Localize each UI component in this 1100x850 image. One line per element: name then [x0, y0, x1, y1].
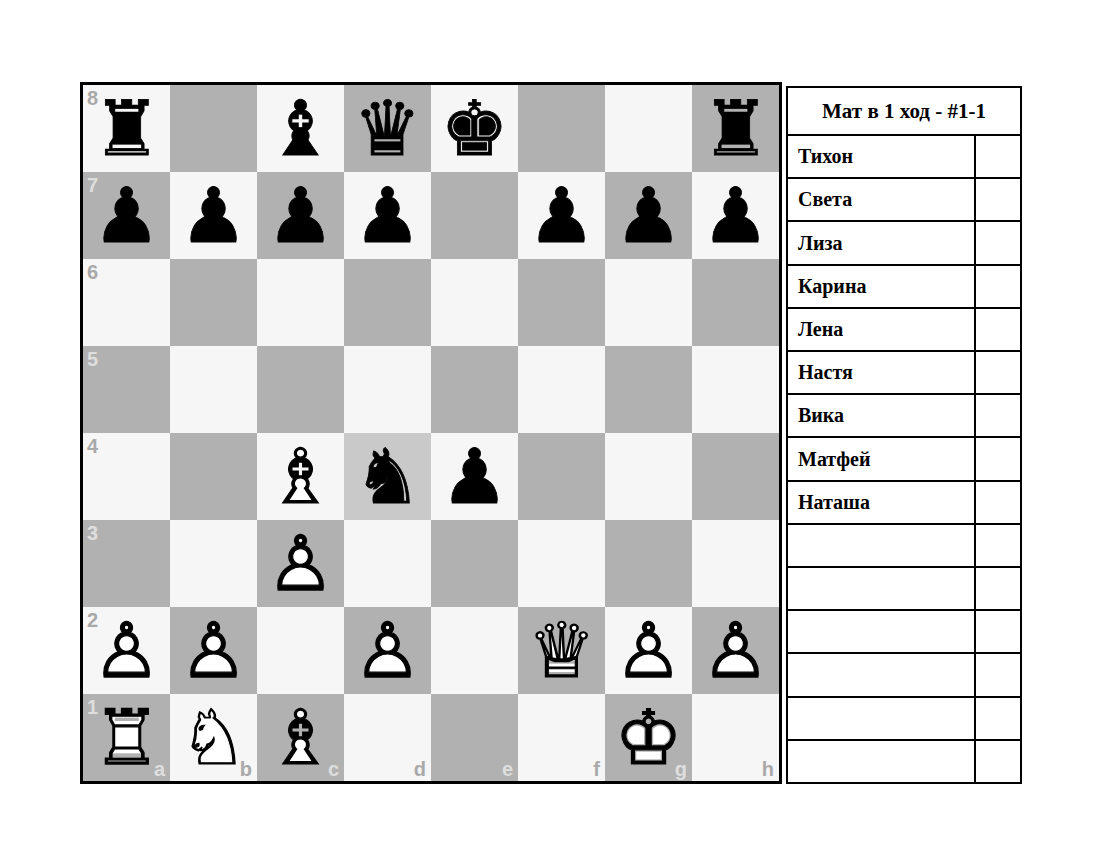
- square-h3[interactable]: [692, 520, 779, 607]
- square-c2[interactable]: [257, 607, 344, 694]
- score-row-1: Тихон: [788, 136, 1020, 179]
- piece-white-bishop-icon: ♝♗: [257, 433, 344, 520]
- square-a5[interactable]: 5: [83, 346, 170, 433]
- empty-name-cell: [788, 611, 974, 652]
- score-cell: [974, 654, 1020, 695]
- file-label-f: f: [593, 759, 600, 779]
- square-a8[interactable]: 8♜: [83, 85, 170, 172]
- square-g8[interactable]: [605, 85, 692, 172]
- square-b3[interactable]: [170, 520, 257, 607]
- square-g7[interactable]: ♟: [605, 172, 692, 259]
- player-name: Вика: [788, 395, 974, 436]
- player-name: Матфей: [788, 438, 974, 479]
- square-c8[interactable]: ♝: [257, 85, 344, 172]
- empty-name-cell: [788, 741, 974, 782]
- square-d1[interactable]: d: [344, 694, 431, 781]
- square-c7[interactable]: ♟: [257, 172, 344, 259]
- score-row-6: Настя: [788, 352, 1020, 395]
- player-name: Настя: [788, 352, 974, 393]
- square-c6[interactable]: [257, 259, 344, 346]
- square-g1[interactable]: g♚♔: [605, 694, 692, 781]
- player-name: Лиза: [788, 222, 974, 263]
- piece-white-queen-icon: ♛♕: [518, 607, 605, 694]
- square-b2[interactable]: ♟♙: [170, 607, 257, 694]
- square-e8[interactable]: ♚: [431, 85, 518, 172]
- piece-white-pawn-icon: ♟♙: [344, 607, 431, 694]
- square-f3[interactable]: [518, 520, 605, 607]
- score-cell: [974, 309, 1020, 350]
- score-cell: [974, 741, 1020, 782]
- empty-name-cell: [788, 698, 974, 739]
- square-a1[interactable]: 1a♜♖: [83, 694, 170, 781]
- square-b8[interactable]: [170, 85, 257, 172]
- score-row-10: [788, 525, 1020, 568]
- empty-name-cell: [788, 568, 974, 609]
- empty-name-cell: [788, 654, 974, 695]
- square-f6[interactable]: [518, 259, 605, 346]
- file-label-d: d: [414, 759, 426, 779]
- score-row-12: [788, 611, 1020, 654]
- piece-black-queen-icon: ♛: [344, 85, 431, 172]
- piece-black-pawn-icon: ♟: [518, 172, 605, 259]
- square-b7[interactable]: ♟: [170, 172, 257, 259]
- square-b4[interactable]: [170, 433, 257, 520]
- player-name: Тихон: [788, 136, 974, 177]
- score-row-9: Наташа: [788, 482, 1020, 525]
- piece-black-pawn-icon: ♟: [170, 172, 257, 259]
- square-d3[interactable]: [344, 520, 431, 607]
- file-label-a: a: [154, 759, 165, 779]
- score-row-2: Света: [788, 179, 1020, 222]
- square-h1[interactable]: h: [692, 694, 779, 781]
- square-e7[interactable]: [431, 172, 518, 259]
- file-label-c: c: [328, 759, 339, 779]
- square-a7[interactable]: 7♟: [83, 172, 170, 259]
- square-b1[interactable]: b♞♘: [170, 694, 257, 781]
- piece-black-pawn-icon: ♟: [257, 172, 344, 259]
- score-cell: [974, 438, 1020, 479]
- rank-label-2: 2: [87, 610, 98, 630]
- square-f5[interactable]: [518, 346, 605, 433]
- piece-black-pawn-icon: ♟: [431, 433, 518, 520]
- file-label-g: g: [675, 759, 687, 779]
- score-row-11: [788, 568, 1020, 611]
- square-a2[interactable]: 2♟♙: [83, 607, 170, 694]
- piece-white-pawn-icon: ♟♙: [257, 520, 344, 607]
- square-e1[interactable]: e: [431, 694, 518, 781]
- square-h5[interactable]: [692, 346, 779, 433]
- rank-label-8: 8: [87, 88, 98, 108]
- piece-black-knight-icon: ♞: [344, 433, 431, 520]
- square-d5[interactable]: [344, 346, 431, 433]
- score-table: ТихонСветаЛизаКаринаЛенаНастяВикаМатфейН…: [788, 136, 1020, 782]
- rank-label-5: 5: [87, 349, 98, 369]
- square-h6[interactable]: [692, 259, 779, 346]
- square-e4[interactable]: ♟: [431, 433, 518, 520]
- score-row-5: Лена: [788, 309, 1020, 352]
- player-name: Наташа: [788, 482, 974, 523]
- rank-label-1: 1: [87, 697, 98, 717]
- square-g5[interactable]: [605, 346, 692, 433]
- square-c5[interactable]: [257, 346, 344, 433]
- score-row-8: Матфей: [788, 438, 1020, 481]
- score-cell: [974, 611, 1020, 652]
- empty-name-cell: [788, 525, 974, 566]
- score-row-13: [788, 654, 1020, 697]
- square-f7[interactable]: ♟: [518, 172, 605, 259]
- square-e5[interactable]: [431, 346, 518, 433]
- square-g4[interactable]: [605, 433, 692, 520]
- piece-black-king-icon: ♚: [431, 85, 518, 172]
- piece-black-pawn-icon: ♟: [605, 172, 692, 259]
- square-e6[interactable]: [431, 259, 518, 346]
- score-cell: [974, 482, 1020, 523]
- score-panel: Мат в 1 ход - #1-1 ТихонСветаЛизаКаринаЛ…: [786, 86, 1022, 784]
- score-row-4: Карина: [788, 266, 1020, 309]
- score-cell: [974, 179, 1020, 220]
- square-d7[interactable]: ♟: [344, 172, 431, 259]
- score-row-14: [788, 698, 1020, 741]
- page: 8♜♝♛♚♜7♟♟♟♟♟♟♟654♝♗♞♟3♟♙2♟♙♟♙♟♙♛♕♟♙♟♙1a♜…: [0, 0, 1100, 850]
- square-g6[interactable]: [605, 259, 692, 346]
- score-cell: [974, 698, 1020, 739]
- rank-label-4: 4: [87, 436, 98, 456]
- piece-white-pawn-icon: ♟♙: [692, 607, 779, 694]
- score-cell: [974, 568, 1020, 609]
- square-c3[interactable]: ♟♙: [257, 520, 344, 607]
- square-f4[interactable]: [518, 433, 605, 520]
- score-cell: [974, 266, 1020, 307]
- square-a3[interactable]: 3: [83, 520, 170, 607]
- square-b6[interactable]: [170, 259, 257, 346]
- file-label-h: h: [762, 759, 774, 779]
- score-row-15: [788, 741, 1020, 782]
- score-cell: [974, 525, 1020, 566]
- puzzle-title: Мат в 1 ход - #1-1: [788, 88, 1020, 136]
- file-label-e: e: [502, 759, 513, 779]
- square-g3[interactable]: [605, 520, 692, 607]
- score-cell: [974, 222, 1020, 263]
- square-b5[interactable]: [170, 346, 257, 433]
- square-g2[interactable]: ♟♙: [605, 607, 692, 694]
- piece-white-pawn-icon: ♟♙: [170, 607, 257, 694]
- square-f2[interactable]: ♛♕: [518, 607, 605, 694]
- square-a6[interactable]: 6: [83, 259, 170, 346]
- square-f1[interactable]: f: [518, 694, 605, 781]
- square-h2[interactable]: ♟♙: [692, 607, 779, 694]
- score-cell: [974, 395, 1020, 436]
- piece-black-pawn-icon: ♟: [692, 172, 779, 259]
- square-a4[interactable]: 4: [83, 433, 170, 520]
- piece-black-rook-icon: ♜: [692, 85, 779, 172]
- square-e3[interactable]: [431, 520, 518, 607]
- file-label-b: b: [240, 759, 252, 779]
- chess-board: 8♜♝♛♚♜7♟♟♟♟♟♟♟654♝♗♞♟3♟♙2♟♙♟♙♟♙♛♕♟♙♟♙1a♜…: [80, 82, 782, 784]
- score-row-7: Вика: [788, 395, 1020, 438]
- square-e2[interactable]: [431, 607, 518, 694]
- square-h7[interactable]: ♟: [692, 172, 779, 259]
- rank-label-7: 7: [87, 175, 98, 195]
- square-h4[interactable]: [692, 433, 779, 520]
- score-cell: [974, 136, 1020, 177]
- square-c4[interactable]: ♝♗: [257, 433, 344, 520]
- player-name: Карина: [788, 266, 974, 307]
- piece-black-bishop-icon: ♝: [257, 85, 344, 172]
- piece-black-pawn-icon: ♟: [344, 172, 431, 259]
- score-cell: [974, 352, 1020, 393]
- player-name: Света: [788, 179, 974, 220]
- square-d6[interactable]: [344, 259, 431, 346]
- piece-white-pawn-icon: ♟♙: [605, 607, 692, 694]
- square-d2[interactable]: ♟♙: [344, 607, 431, 694]
- square-d4[interactable]: ♞: [344, 433, 431, 520]
- square-c1[interactable]: c♝♗: [257, 694, 344, 781]
- square-d8[interactable]: ♛: [344, 85, 431, 172]
- player-name: Лена: [788, 309, 974, 350]
- square-h8[interactable]: ♜: [692, 85, 779, 172]
- square-f8[interactable]: [518, 85, 605, 172]
- rank-label-6: 6: [87, 262, 98, 282]
- score-row-3: Лиза: [788, 222, 1020, 265]
- rank-label-3: 3: [87, 523, 98, 543]
